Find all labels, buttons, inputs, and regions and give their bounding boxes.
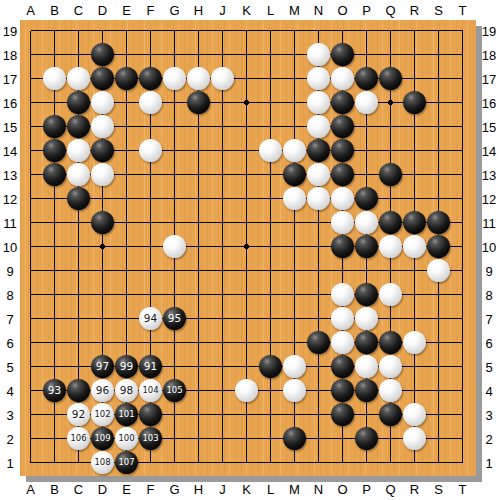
row-label-left-8: 8 xyxy=(6,288,13,301)
col-label-bottom-L: L xyxy=(267,483,274,496)
stone-black-C15[interactable] xyxy=(67,115,90,138)
col-label-top-B: B xyxy=(50,4,59,17)
row-label-left-6: 6 xyxy=(6,336,13,349)
stone-white-E2[interactable]: 100 xyxy=(115,427,138,450)
stone-white-R2[interactable] xyxy=(403,427,426,450)
stone-black-N14[interactable] xyxy=(307,139,330,162)
move-number: 95 xyxy=(168,313,181,324)
stone-white-E4[interactable]: 98 xyxy=(115,379,138,402)
stone-white-P5[interactable] xyxy=(355,355,378,378)
row-label-left-2: 2 xyxy=(6,432,13,445)
stone-black-O13[interactable] xyxy=(331,163,354,186)
stone-black-R11[interactable] xyxy=(403,211,426,234)
col-label-bottom-F: F xyxy=(147,483,155,496)
row-label-right-4: 4 xyxy=(485,384,492,397)
stone-white-G17[interactable] xyxy=(163,67,186,90)
row-label-right-15: 15 xyxy=(482,120,496,133)
col-label-top-L: L xyxy=(267,4,274,17)
row-label-left-12: 12 xyxy=(3,192,17,205)
move-number: 94 xyxy=(144,313,157,324)
go-board[interactable]: 9495979991939698104105921021011061091001… xyxy=(20,20,476,476)
col-label-top-Q: Q xyxy=(385,4,395,17)
row-label-right-3: 3 xyxy=(485,408,492,421)
stone-white-N15[interactable] xyxy=(307,115,330,138)
row-label-right-5: 5 xyxy=(485,360,492,373)
stone-black-O4[interactable] xyxy=(331,379,354,402)
row-label-left-11: 11 xyxy=(3,216,17,229)
col-label-bottom-N: N xyxy=(314,483,323,496)
col-label-bottom-K: K xyxy=(242,483,251,496)
stone-black-N6[interactable] xyxy=(307,331,330,354)
move-number: 91 xyxy=(144,361,157,372)
stone-black-D17[interactable] xyxy=(91,67,114,90)
col-label-top-N: N xyxy=(314,4,323,17)
stone-black-E3[interactable]: 101 xyxy=(115,403,138,426)
stone-black-O3[interactable] xyxy=(331,403,354,426)
row-label-right-19: 19 xyxy=(482,24,496,37)
row-label-left-17: 17 xyxy=(3,72,17,85)
row-label-right-12: 12 xyxy=(482,192,496,205)
stone-white-F16[interactable] xyxy=(139,91,162,114)
stone-white-O7[interactable] xyxy=(331,307,354,330)
stone-black-Q17[interactable] xyxy=(379,67,402,90)
col-label-bottom-J: J xyxy=(219,483,226,496)
stone-white-L14[interactable] xyxy=(259,139,282,162)
move-number: 104 xyxy=(142,386,158,395)
stone-black-R16[interactable] xyxy=(403,91,426,114)
stone-white-S9[interactable] xyxy=(427,259,450,282)
move-number: 107 xyxy=(118,458,134,467)
stone-white-N16[interactable] xyxy=(307,91,330,114)
row-label-right-1: 1 xyxy=(485,456,492,469)
stone-black-D14[interactable] xyxy=(91,139,114,162)
stone-white-D16[interactable] xyxy=(91,91,114,114)
stone-black-P2[interactable] xyxy=(355,427,378,450)
stone-white-R3[interactable] xyxy=(403,403,426,426)
stone-black-S11[interactable] xyxy=(427,211,450,234)
row-label-left-9: 9 xyxy=(6,264,13,277)
stone-white-Q10[interactable] xyxy=(379,235,402,258)
stone-white-G10[interactable] xyxy=(163,235,186,258)
stone-white-Q5[interactable] xyxy=(379,355,402,378)
col-label-top-S: S xyxy=(434,4,443,17)
col-label-bottom-P: P xyxy=(362,483,371,496)
stone-white-M14[interactable] xyxy=(283,139,306,162)
col-label-bottom-S: S xyxy=(434,483,443,496)
col-label-bottom-G: G xyxy=(169,483,179,496)
row-label-left-16: 16 xyxy=(3,96,17,109)
stone-black-C12[interactable] xyxy=(67,187,90,210)
row-label-left-13: 13 xyxy=(3,168,17,181)
stone-black-S10[interactable] xyxy=(427,235,450,258)
stone-white-P7[interactable] xyxy=(355,307,378,330)
stone-white-F4[interactable]: 104 xyxy=(139,379,162,402)
row-label-left-14: 14 xyxy=(3,144,17,157)
move-number: 98 xyxy=(120,385,133,396)
row-label-left-7: 7 xyxy=(6,312,13,325)
stone-black-P10[interactable] xyxy=(355,235,378,258)
stone-black-O14[interactable] xyxy=(331,139,354,162)
move-number: 103 xyxy=(142,434,158,443)
row-label-right-14: 14 xyxy=(482,144,496,157)
stone-black-L5[interactable] xyxy=(259,355,282,378)
stone-black-G7[interactable]: 95 xyxy=(163,307,186,330)
col-label-bottom-R: R xyxy=(410,483,419,496)
stone-black-H16[interactable] xyxy=(187,91,210,114)
stone-white-H17[interactable] xyxy=(187,67,210,90)
stone-white-F7[interactable]: 94 xyxy=(139,307,162,330)
row-label-right-18: 18 xyxy=(482,48,496,61)
stone-white-M12[interactable] xyxy=(283,187,306,210)
stone-white-M4[interactable] xyxy=(283,379,306,402)
stone-white-O17[interactable] xyxy=(331,67,354,90)
col-label-top-K: K xyxy=(242,4,251,17)
stone-black-C16[interactable] xyxy=(67,91,90,114)
stone-white-D15[interactable] xyxy=(91,115,114,138)
go-diagram: 9495979991939698104105921021011061091001… xyxy=(0,0,500,500)
stone-white-M5[interactable] xyxy=(283,355,306,378)
move-number: 93 xyxy=(48,385,61,396)
col-label-bottom-Q: Q xyxy=(385,483,395,496)
col-label-bottom-D: D xyxy=(98,483,107,496)
stone-black-B13[interactable] xyxy=(43,163,66,186)
stone-white-N18[interactable] xyxy=(307,43,330,66)
stone-white-C2[interactable]: 106 xyxy=(67,427,90,450)
stone-black-B14[interactable] xyxy=(43,139,66,162)
col-label-bottom-H: H xyxy=(194,483,203,496)
stone-white-D13[interactable] xyxy=(91,163,114,186)
stone-black-P17[interactable] xyxy=(355,67,378,90)
col-label-bottom-M: M xyxy=(289,483,300,496)
stone-black-O16[interactable] xyxy=(331,91,354,114)
stone-black-F2[interactable]: 103 xyxy=(139,427,162,450)
col-label-bottom-T: T xyxy=(459,483,467,496)
row-label-left-18: 18 xyxy=(3,48,17,61)
stone-white-O12[interactable] xyxy=(331,187,354,210)
stone-white-N13[interactable] xyxy=(307,163,330,186)
col-label-top-R: R xyxy=(410,4,419,17)
col-label-top-T: T xyxy=(459,4,467,17)
stone-black-Q13[interactable] xyxy=(379,163,402,186)
stone-white-D1[interactable]: 108 xyxy=(91,451,114,474)
stone-black-C4[interactable] xyxy=(67,379,90,402)
stone-black-M13[interactable] xyxy=(283,163,306,186)
stone-black-E5[interactable]: 99 xyxy=(115,355,138,378)
col-label-top-D: D xyxy=(98,4,107,17)
col-label-top-G: G xyxy=(169,4,179,17)
stone-black-M2[interactable] xyxy=(283,427,306,450)
stone-black-B4[interactable]: 93 xyxy=(43,379,66,402)
row-label-right-8: 8 xyxy=(485,288,492,301)
stone-white-C17[interactable] xyxy=(67,67,90,90)
stone-black-E17[interactable] xyxy=(115,67,138,90)
col-label-top-H: H xyxy=(194,4,203,17)
stone-black-O18[interactable] xyxy=(331,43,354,66)
move-number: 97 xyxy=(96,361,109,372)
row-label-left-15: 15 xyxy=(3,120,17,133)
stone-white-O8[interactable] xyxy=(331,283,354,306)
col-label-bottom-E: E xyxy=(122,483,131,496)
stone-black-F17[interactable] xyxy=(139,67,162,90)
col-label-top-A: A xyxy=(26,4,35,17)
stone-black-Q6[interactable] xyxy=(379,331,402,354)
stone-black-G4[interactable]: 105 xyxy=(163,379,186,402)
col-label-bottom-C: C xyxy=(74,483,83,496)
row-label-right-17: 17 xyxy=(482,72,496,85)
stone-black-F3[interactable] xyxy=(139,403,162,426)
move-number: 96 xyxy=(96,385,109,396)
row-label-right-13: 13 xyxy=(482,168,496,181)
stone-white-B17[interactable] xyxy=(43,67,66,90)
stone-white-Q4[interactable] xyxy=(379,379,402,402)
row-label-right-11: 11 xyxy=(482,216,496,229)
stone-white-C14[interactable] xyxy=(67,139,90,162)
stone-white-P16[interactable] xyxy=(355,91,378,114)
stone-white-J17[interactable] xyxy=(211,67,234,90)
stone-black-O10[interactable] xyxy=(331,235,354,258)
col-label-top-M: M xyxy=(289,4,300,17)
stone-black-D11[interactable] xyxy=(91,211,114,234)
stone-black-B15[interactable] xyxy=(43,115,66,138)
row-label-right-10: 10 xyxy=(482,240,496,253)
stone-black-D5[interactable]: 97 xyxy=(91,355,114,378)
move-number: 101 xyxy=(118,410,134,419)
stone-black-E1[interactable]: 107 xyxy=(115,451,138,474)
col-label-bottom-A: A xyxy=(26,483,35,496)
move-number: 99 xyxy=(120,361,133,372)
stone-black-Q3[interactable] xyxy=(379,403,402,426)
move-number: 100 xyxy=(118,434,134,443)
stone-white-P11[interactable] xyxy=(355,211,378,234)
stone-black-O15[interactable] xyxy=(331,115,354,138)
stone-black-D18[interactable] xyxy=(91,43,114,66)
row-label-right-6: 6 xyxy=(485,336,492,349)
stone-white-O11[interactable] xyxy=(331,211,354,234)
stone-white-N12[interactable] xyxy=(307,187,330,210)
row-label-left-19: 19 xyxy=(3,24,17,37)
stone-white-C13[interactable] xyxy=(67,163,90,186)
row-label-left-10: 10 xyxy=(3,240,17,253)
col-label-top-O: O xyxy=(337,4,347,17)
stone-white-R10[interactable] xyxy=(403,235,426,258)
col-label-bottom-O: O xyxy=(337,483,347,496)
move-number: 109 xyxy=(94,434,110,443)
stone-white-F14[interactable] xyxy=(139,139,162,162)
move-number: 105 xyxy=(166,386,182,395)
stone-black-Q11[interactable] xyxy=(379,211,402,234)
col-label-top-E: E xyxy=(122,4,131,17)
row-label-right-16: 16 xyxy=(482,96,496,109)
stone-black-F5[interactable]: 91 xyxy=(139,355,162,378)
col-label-bottom-B: B xyxy=(50,483,59,496)
stone-black-P8[interactable] xyxy=(355,283,378,306)
row-label-left-1: 1 xyxy=(6,456,13,469)
stone-black-O5[interactable] xyxy=(331,355,354,378)
stone-black-P4[interactable] xyxy=(355,379,378,402)
stone-white-O6[interactable] xyxy=(331,331,354,354)
col-label-top-J: J xyxy=(219,4,226,17)
stone-white-Q8[interactable] xyxy=(379,283,402,306)
stone-white-D4[interactable]: 96 xyxy=(91,379,114,402)
move-number: 102 xyxy=(94,410,110,419)
row-label-right-2: 2 xyxy=(485,432,492,445)
row-label-left-4: 4 xyxy=(6,384,13,397)
row-label-left-3: 3 xyxy=(6,408,13,421)
move-number: 92 xyxy=(72,409,85,420)
move-number: 106 xyxy=(70,434,86,443)
row-label-right-7: 7 xyxy=(485,312,492,325)
row-label-right-9: 9 xyxy=(485,264,492,277)
row-label-left-5: 5 xyxy=(6,360,13,373)
col-label-top-F: F xyxy=(147,4,155,17)
stone-white-C3[interactable]: 92 xyxy=(67,403,90,426)
stone-white-N17[interactable] xyxy=(307,67,330,90)
stone-black-P12[interactable] xyxy=(355,187,378,210)
col-label-top-P: P xyxy=(362,4,371,17)
stone-black-D2[interactable]: 109 xyxy=(91,427,114,450)
stone-white-R6[interactable] xyxy=(403,331,426,354)
stone-black-P6[interactable] xyxy=(355,331,378,354)
stone-white-D3[interactable]: 102 xyxy=(91,403,114,426)
col-label-top-C: C xyxy=(74,4,83,17)
move-number: 108 xyxy=(94,458,110,467)
stone-white-K4[interactable] xyxy=(235,379,258,402)
